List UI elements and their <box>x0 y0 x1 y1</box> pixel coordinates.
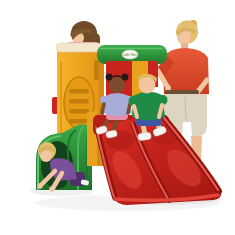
little-tikes-logo-text: Little Tikes <box>123 53 138 57</box>
product-photo: Little Tikes <box>0 0 235 235</box>
tower-ledge <box>56 43 102 52</box>
tower-handhold-top <box>94 60 99 80</box>
playset-scene: Little Tikes <box>0 0 235 235</box>
